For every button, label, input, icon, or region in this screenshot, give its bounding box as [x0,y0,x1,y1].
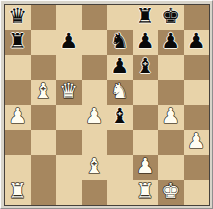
square-g4[interactable]: ♟ [158,105,184,130]
square-g8[interactable]: ♚ [158,5,184,30]
square-e6[interactable]: ♟ [107,55,133,80]
piece-black-pawn-e6[interactable]: ♟ [110,56,129,77]
square-e1[interactable] [107,180,133,205]
square-f5[interactable] [133,80,159,105]
square-b8[interactable] [31,5,57,30]
square-h7[interactable]: ♟ [184,30,210,55]
piece-black-bishop-f6[interactable]: ♝ [136,56,155,77]
piece-white-pawn-d4[interactable]: ♟ [85,106,104,127]
piece-white-queen-c5[interactable]: ♛ [59,81,78,102]
square-h4[interactable] [184,105,210,130]
piece-black-knight-e7[interactable]: ♞ [110,31,129,52]
square-b2[interactable] [31,155,57,180]
square-d7[interactable] [82,30,108,55]
square-h1[interactable] [184,180,210,205]
piece-black-pawn-h7[interactable]: ♟ [187,31,206,52]
square-h5[interactable] [184,80,210,105]
square-h8[interactable] [184,5,210,30]
square-d5[interactable] [82,80,108,105]
square-b6[interactable] [31,55,57,80]
square-a4[interactable]: ♟ [5,105,31,130]
square-c1[interactable] [56,180,82,205]
piece-white-pawn-f2[interactable]: ♟ [136,156,155,177]
square-d1[interactable] [82,180,108,205]
square-e4[interactable]: ♝ [107,105,133,130]
piece-black-pawn-g7[interactable]: ♟ [161,31,180,52]
piece-black-rook-f8[interactable]: ♜ [136,6,155,27]
square-a2[interactable] [5,155,31,180]
square-b7[interactable] [31,30,57,55]
square-c4[interactable] [56,105,82,130]
square-b5[interactable]: ♝ [31,80,57,105]
square-f4[interactable] [133,105,159,130]
chess-board: ♛♜♚♜♟♞♟♟♟♟♝♝♛♞♟♟♝♟♟♝♟♜♜♚ [4,4,210,206]
square-g2[interactable] [158,155,184,180]
square-c3[interactable] [56,130,82,155]
square-e5[interactable]: ♞ [107,80,133,105]
square-d8[interactable] [82,5,108,30]
piece-white-rook-f1[interactable]: ♜ [136,181,155,202]
piece-white-pawn-h3[interactable]: ♟ [187,131,206,152]
piece-black-rook-a7[interactable]: ♜ [8,31,27,52]
piece-black-pawn-c7[interactable]: ♟ [59,31,78,52]
square-e3[interactable] [107,130,133,155]
square-g1[interactable]: ♚ [158,180,184,205]
square-g5[interactable] [158,80,184,105]
piece-white-pawn-g4[interactable]: ♟ [161,106,180,127]
piece-black-bishop-e4[interactable]: ♝ [110,106,129,127]
square-f6[interactable]: ♝ [133,55,159,80]
piece-black-queen-a8[interactable]: ♛ [8,6,27,27]
piece-black-pawn-f7[interactable]: ♟ [136,31,155,52]
square-e8[interactable] [107,5,133,30]
piece-white-knight-e5[interactable]: ♞ [110,81,129,102]
square-d4[interactable]: ♟ [82,105,108,130]
square-e7[interactable]: ♞ [107,30,133,55]
square-a6[interactable] [5,55,31,80]
square-a3[interactable] [5,130,31,155]
square-d3[interactable] [82,130,108,155]
square-f2[interactable]: ♟ [133,155,159,180]
square-b1[interactable] [31,180,57,205]
square-c2[interactable] [56,155,82,180]
square-d2[interactable]: ♝ [82,155,108,180]
chess-diagram-frame: ♛♜♚♜♟♞♟♟♟♟♝♝♛♞♟♟♝♟♟♝♟♜♜♚ [0,0,213,209]
square-a5[interactable] [5,80,31,105]
square-g3[interactable] [158,130,184,155]
square-c8[interactable] [56,5,82,30]
square-g7[interactable]: ♟ [158,30,184,55]
square-h3[interactable]: ♟ [184,130,210,155]
square-f7[interactable]: ♟ [133,30,159,55]
square-a1[interactable]: ♜ [5,180,31,205]
square-d6[interactable] [82,55,108,80]
square-a7[interactable]: ♜ [5,30,31,55]
square-c7[interactable]: ♟ [56,30,82,55]
piece-white-rook-a1[interactable]: ♜ [8,181,27,202]
square-h6[interactable] [184,55,210,80]
piece-white-bishop-b5[interactable]: ♝ [34,81,53,102]
piece-white-king-g1[interactable]: ♚ [161,181,180,202]
square-g6[interactable] [158,55,184,80]
square-f3[interactable] [133,130,159,155]
square-c5[interactable]: ♛ [56,80,82,105]
square-b4[interactable] [31,105,57,130]
square-b3[interactable] [31,130,57,155]
piece-white-bishop-d2[interactable]: ♝ [85,156,104,177]
square-h2[interactable] [184,155,210,180]
square-a8[interactable]: ♛ [5,5,31,30]
square-f1[interactable]: ♜ [133,180,159,205]
square-c6[interactable] [56,55,82,80]
piece-black-king-g8[interactable]: ♚ [161,6,180,27]
square-e2[interactable] [107,155,133,180]
square-f8[interactable]: ♜ [133,5,159,30]
piece-white-pawn-a4[interactable]: ♟ [8,106,27,127]
